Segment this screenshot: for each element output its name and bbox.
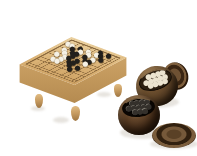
- black-stones-bowl: ●●●● ●●●●● ●●●: [118, 95, 160, 135]
- black-stone: ●: [74, 65, 81, 72]
- white-stone: ●: [54, 58, 61, 65]
- stones-layer: ●●●●●●●●●●●●●●●●●●●●●●●●●●●●●●●●●●: [14, 30, 134, 126]
- black-bowl-lid: [152, 123, 196, 148]
- white-stone: ●: [82, 61, 89, 68]
- white-stones-pile: ●●●● ●●●●● ●●●●: [138, 69, 173, 92]
- black-stone: ●: [105, 53, 112, 60]
- black-stone: ●: [66, 66, 73, 73]
- black-stones-pile: ●●●● ●●●●● ●●●: [122, 99, 154, 116]
- go-set-photo: ●●●●●●●●●●●●●●●●●●●●●●●●●●●●●●●●●● ●●●● …: [0, 0, 197, 156]
- go-board: ●●●●●●●●●●●●●●●●●●●●●●●●●●●●●●●●●●: [14, 30, 134, 126]
- black-bowl-opening: ●●●● ●●●●● ●●●: [121, 96, 156, 118]
- white-bowl-opening: ●●●● ●●●●● ●●●●: [136, 65, 175, 95]
- black-stone: ●: [97, 57, 104, 64]
